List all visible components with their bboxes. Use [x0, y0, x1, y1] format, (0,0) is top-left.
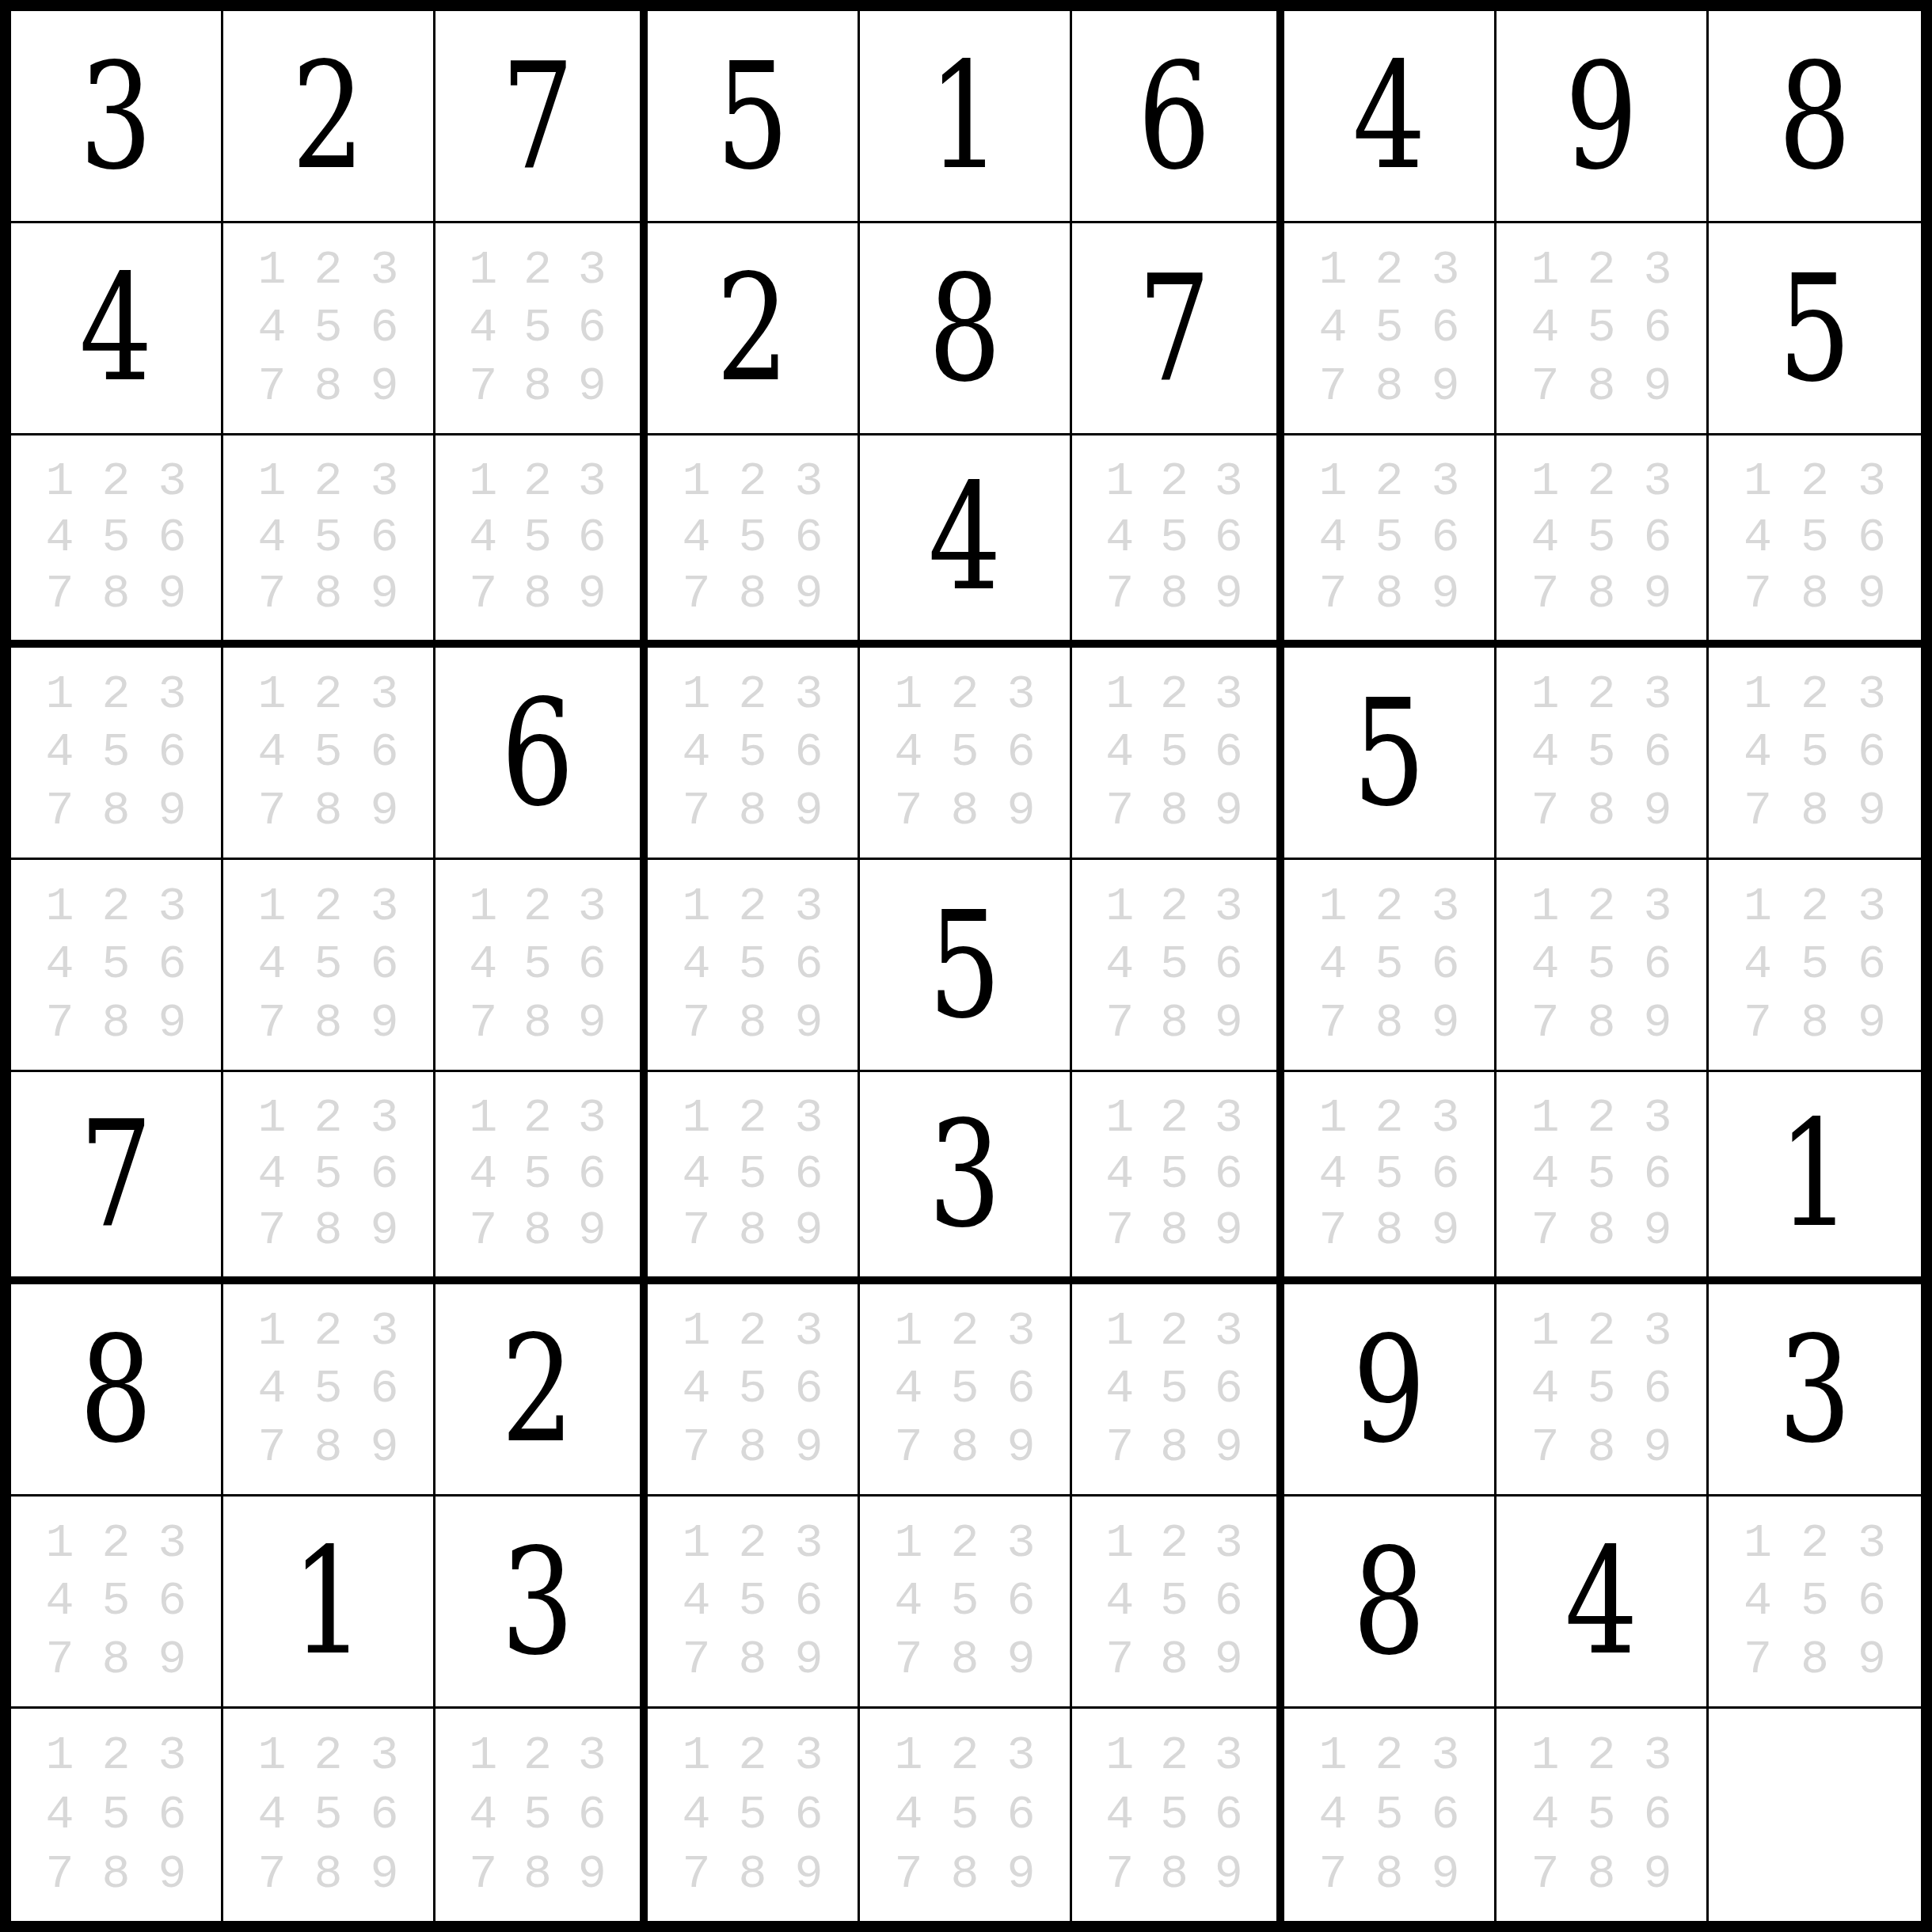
pencil-mark-3: 3	[1201, 1514, 1256, 1573]
pencil-mark-2: 2	[300, 1302, 356, 1360]
cell-r8c9[interactable]: 123456789	[1709, 1497, 1921, 1709]
pencil-mark-1: 1	[32, 665, 88, 724]
pencil-mark-2: 2	[1361, 241, 1417, 299]
pencil-mark-3: 3	[781, 1090, 837, 1146]
pencil-mark-7: 7	[1093, 566, 1147, 622]
cell-r9c8[interactable]: 123456789	[1497, 1709, 1709, 1921]
pencil-mark-3: 3	[356, 1302, 413, 1360]
pencil-mark-7: 7	[244, 1203, 300, 1259]
pencil-mark-9: 9	[356, 357, 413, 416]
pencil-mark-9: 9	[356, 1844, 413, 1903]
cell-r9c6[interactable]: 123456789	[1072, 1709, 1284, 1921]
pencil-mark-8: 8	[300, 357, 356, 416]
cell-r7c6[interactable]: 123456789	[1072, 1284, 1284, 1497]
cell-r5c7[interactable]: 123456789	[1284, 860, 1497, 1072]
pencil-marks: 123456789	[1729, 665, 1900, 840]
cell-r6c7[interactable]: 123456789	[1284, 1072, 1497, 1284]
sudoku-board: 3275164984123456789123456789287123456789…	[0, 0, 1932, 1932]
pencil-mark-6: 6	[144, 1573, 200, 1631]
cell-r3c3[interactable]: 123456789	[435, 435, 648, 648]
cell-r4c1[interactable]: 123456789	[11, 648, 223, 860]
pencil-mark-3: 3	[565, 453, 619, 509]
pencil-mark-8: 8	[724, 1203, 781, 1259]
pencil-mark-3: 3	[781, 1726, 837, 1786]
pencil-mark-3: 3	[565, 1726, 619, 1786]
pencil-mark-5: 5	[88, 724, 144, 782]
pencil-mark-6: 6	[781, 724, 837, 782]
pencil-mark-2: 2	[1361, 453, 1417, 509]
pencil-mark-9: 9	[1417, 1203, 1474, 1259]
given-digit: 7	[1094, 223, 1253, 433]
cell-r3c9[interactable]: 123456789	[1709, 435, 1921, 648]
pencil-mark-7: 7	[668, 1844, 724, 1903]
pencil-mark-3: 3	[1843, 453, 1900, 509]
pencil-mark-4: 4	[1093, 509, 1147, 565]
pencil-mark-1: 1	[880, 665, 937, 724]
pencil-mark-6: 6	[781, 509, 837, 565]
pencil-mark-4: 4	[456, 509, 511, 565]
pencil-mark-3: 3	[565, 241, 619, 299]
pencil-mark-6: 6	[993, 724, 1049, 782]
pencil-mark-8: 8	[1573, 1203, 1630, 1259]
pencil-mark-2: 2	[937, 1514, 993, 1573]
pencil-mark-7: 7	[880, 1844, 937, 1903]
pencil-mark-4: 4	[668, 509, 724, 565]
cell-r6c5[interactable]: 3	[860, 1072, 1072, 1284]
cell-r1c6[interactable]: 6	[1072, 11, 1284, 223]
given-digit: 6	[1094, 11, 1253, 221]
pencil-mark-1: 1	[668, 1090, 724, 1146]
pencil-mark-6: 6	[993, 1360, 1049, 1419]
pencil-mark-4: 4	[1093, 1573, 1147, 1631]
pencil-mark-2: 2	[937, 665, 993, 724]
cell-r1c1[interactable]: 3	[11, 11, 223, 223]
pencil-marks: 123456789	[1517, 1302, 1686, 1477]
cell-r4c3[interactable]: 6	[435, 648, 648, 860]
pencil-marks: 123456789	[668, 1514, 837, 1689]
pencil-mark-3: 3	[144, 1726, 200, 1786]
cell-r4c2[interactable]: 123456789	[223, 648, 435, 860]
pencil-mark-3: 3	[1630, 1302, 1686, 1360]
cell-r1c5[interactable]: 1	[860, 11, 1072, 223]
cell-r7c9[interactable]: 3	[1709, 1284, 1921, 1497]
pencil-mark-5: 5	[300, 299, 356, 358]
pencil-mark-7: 7	[32, 782, 88, 840]
given-digit: 2	[458, 1284, 617, 1494]
pencil-mark-1: 1	[244, 665, 300, 724]
pencil-marks: 123456789	[456, 1090, 619, 1259]
pencil-mark-8: 8	[511, 566, 565, 622]
cell-r1c2[interactable]: 2	[223, 11, 435, 223]
given-digit: 8	[1307, 1497, 1471, 1706]
pencil-mark-3: 3	[1630, 453, 1686, 509]
cell-r7c5[interactable]: 123456789	[860, 1284, 1072, 1497]
given-digit: 9	[1519, 11, 1683, 221]
pencil-mark-5: 5	[300, 936, 356, 995]
pencil-mark-2: 2	[300, 241, 356, 299]
pencil-mark-7: 7	[880, 782, 937, 840]
pencil-mark-5: 5	[1786, 509, 1843, 565]
given-digit: 4	[1519, 1497, 1683, 1706]
pencil-mark-6: 6	[356, 1786, 413, 1845]
cell-r1c3[interactable]: 7	[435, 11, 648, 223]
pencil-mark-6: 6	[1630, 1360, 1686, 1419]
cell-r4c4[interactable]: 123456789	[648, 648, 860, 860]
pencil-mark-9: 9	[1630, 357, 1686, 416]
pencil-mark-7: 7	[244, 1844, 300, 1903]
pencil-mark-6: 6	[565, 509, 619, 565]
cell-r7c4[interactable]: 123456789	[648, 1284, 860, 1497]
pencil-mark-2: 2	[724, 665, 781, 724]
pencil-mark-9: 9	[1843, 994, 1900, 1052]
pencil-mark-5: 5	[88, 936, 144, 995]
cell-r2c4[interactable]: 2	[648, 223, 860, 435]
pencil-mark-6: 6	[1630, 936, 1686, 995]
pencil-mark-4: 4	[1093, 1360, 1147, 1419]
pencil-mark-3: 3	[1201, 1090, 1256, 1146]
pencil-mark-5: 5	[1786, 1573, 1843, 1631]
cell-r1c9[interactable]: 8	[1709, 11, 1921, 223]
pencil-mark-9: 9	[1201, 1844, 1256, 1903]
pencil-mark-9: 9	[993, 782, 1049, 840]
pencil-mark-6: 6	[1201, 1146, 1256, 1202]
cell-r6c4[interactable]: 123456789	[648, 1072, 860, 1284]
pencil-mark-5: 5	[1573, 936, 1630, 995]
cell-r3c6[interactable]: 123456789	[1072, 435, 1284, 648]
pencil-mark-8: 8	[1361, 1203, 1417, 1259]
pencil-mark-1: 1	[244, 241, 300, 299]
cell-r5c8[interactable]: 123456789	[1497, 860, 1709, 1072]
pencil-mark-5: 5	[1786, 724, 1843, 782]
pencil-marks: 123456789	[32, 453, 200, 622]
pencil-mark-5: 5	[937, 1360, 993, 1419]
cell-r2c2[interactable]: 123456789	[223, 223, 435, 435]
cell-r8c1[interactable]: 123456789	[11, 1497, 223, 1709]
cell-r3c4[interactable]: 123456789	[648, 435, 860, 648]
given-digit: 8	[1732, 11, 1897, 221]
pencil-mark-5: 5	[300, 1146, 356, 1202]
cell-r7c2[interactable]: 123456789	[223, 1284, 435, 1497]
pencil-mark-7: 7	[1729, 994, 1786, 1052]
pencil-mark-5: 5	[724, 1573, 781, 1631]
pencil-mark-4: 4	[1305, 936, 1361, 995]
cell-r6c2[interactable]: 123456789	[223, 1072, 435, 1284]
pencil-mark-8: 8	[1573, 782, 1630, 840]
pencil-mark-1: 1	[1093, 877, 1147, 936]
pencil-mark-3: 3	[1843, 1514, 1900, 1573]
cell-r9c4[interactable]: 123456789	[648, 1709, 860, 1921]
cell-r6c6[interactable]: 123456789	[1072, 1072, 1284, 1284]
pencil-mark-4: 4	[456, 936, 511, 995]
pencil-mark-1: 1	[244, 1726, 300, 1786]
pencil-mark-5: 5	[1786, 936, 1843, 995]
cell-r3c2[interactable]: 123456789	[223, 435, 435, 648]
pencil-mark-9: 9	[1201, 1203, 1256, 1259]
cell-r5c9[interactable]: 123456789	[1709, 860, 1921, 1072]
cell-r2c8[interactable]: 123456789	[1497, 223, 1709, 435]
pencil-mark-5: 5	[1361, 299, 1417, 358]
pencil-marks: 123456789	[668, 665, 837, 840]
pencil-mark-5: 5	[300, 724, 356, 782]
pencil-mark-2: 2	[937, 1302, 993, 1360]
cell-r1c4[interactable]: 5	[648, 11, 860, 223]
pencil-mark-4: 4	[32, 1786, 88, 1845]
pencil-mark-7: 7	[880, 1630, 937, 1689]
pencil-mark-2: 2	[88, 1514, 144, 1573]
pencil-mark-1: 1	[880, 1726, 937, 1786]
pencil-mark-9: 9	[1630, 1418, 1686, 1477]
pencil-mark-9: 9	[356, 782, 413, 840]
pencil-mark-2: 2	[88, 665, 144, 724]
pencil-mark-4: 4	[1517, 1146, 1573, 1202]
pencil-mark-8: 8	[1786, 566, 1843, 622]
pencil-mark-4: 4	[32, 1573, 88, 1631]
pencil-mark-9: 9	[1201, 782, 1256, 840]
pencil-mark-3: 3	[1630, 241, 1686, 299]
pencil-mark-7: 7	[1305, 357, 1361, 416]
pencil-mark-7: 7	[1517, 994, 1573, 1052]
pencil-mark-2: 2	[1573, 453, 1630, 509]
cell-r9c3[interactable]: 123456789	[435, 1709, 648, 1921]
given-digit: 8	[883, 223, 1047, 433]
cell-r5c4[interactable]: 123456789	[648, 860, 860, 1072]
pencil-mark-7: 7	[1305, 1203, 1361, 1259]
pencil-mark-6: 6	[1417, 1786, 1474, 1845]
pencil-mark-7: 7	[1093, 994, 1147, 1052]
pencil-mark-6: 6	[356, 724, 413, 782]
cell-r8c6[interactable]: 123456789	[1072, 1497, 1284, 1709]
cell-r2c1[interactable]: 4	[11, 223, 223, 435]
cell-r9c7[interactable]: 123456789	[1284, 1709, 1497, 1921]
pencil-mark-5: 5	[724, 724, 781, 782]
pencil-mark-2: 2	[1573, 241, 1630, 299]
pencil-marks: 123456789	[244, 877, 413, 1052]
pencil-mark-6: 6	[1417, 1146, 1474, 1202]
pencil-mark-2: 2	[511, 877, 565, 936]
cell-r2c5[interactable]: 8	[860, 223, 1072, 435]
cell-r6c1[interactable]: 7	[11, 1072, 223, 1284]
pencil-mark-7: 7	[1517, 1203, 1573, 1259]
given-digit: 4	[1307, 11, 1471, 221]
pencil-mark-2: 2	[1147, 1302, 1202, 1360]
cell-r6c8[interactable]: 123456789	[1497, 1072, 1709, 1284]
pencil-mark-3: 3	[781, 1302, 837, 1360]
pencil-mark-9: 9	[144, 566, 200, 622]
pencil-mark-4: 4	[456, 1786, 511, 1845]
cell-r9c1[interactable]: 123456789	[11, 1709, 223, 1921]
pencil-mark-3: 3	[144, 877, 200, 936]
pencil-mark-4: 4	[1517, 509, 1573, 565]
pencil-mark-4: 4	[1517, 936, 1573, 995]
pencil-mark-1: 1	[456, 453, 511, 509]
pencil-mark-4: 4	[244, 509, 300, 565]
pencil-mark-9: 9	[1630, 782, 1686, 840]
pencil-mark-6: 6	[1630, 724, 1686, 782]
cell-r7c1[interactable]: 8	[11, 1284, 223, 1497]
pencil-mark-6: 6	[1201, 724, 1256, 782]
pencil-mark-2: 2	[937, 1726, 993, 1786]
cell-r2c6[interactable]: 7	[1072, 223, 1284, 435]
pencil-mark-5: 5	[724, 936, 781, 995]
pencil-mark-3: 3	[356, 241, 413, 299]
given-digit: 4	[883, 435, 1047, 640]
pencil-mark-4: 4	[1093, 936, 1147, 995]
pencil-mark-4: 4	[668, 1573, 724, 1631]
pencil-mark-3: 3	[993, 1302, 1049, 1360]
cell-r5c5[interactable]: 5	[860, 860, 1072, 1072]
cell-r5c3[interactable]: 123456789	[435, 860, 648, 1072]
pencil-mark-1: 1	[32, 1726, 88, 1786]
cell-r3c1[interactable]: 123456789	[11, 435, 223, 648]
pencil-mark-7: 7	[668, 782, 724, 840]
cell-r8c7[interactable]: 8	[1284, 1497, 1497, 1709]
cell-r1c8[interactable]: 9	[1497, 11, 1709, 223]
pencil-mark-4: 4	[668, 1360, 724, 1419]
pencil-mark-6: 6	[1201, 1786, 1256, 1845]
pencil-mark-9: 9	[144, 994, 200, 1052]
pencil-mark-2: 2	[1786, 1514, 1843, 1573]
pencil-mark-7: 7	[1093, 782, 1147, 840]
pencil-mark-1: 1	[1093, 453, 1147, 509]
pencil-mark-8: 8	[1147, 994, 1202, 1052]
cell-r6c3[interactable]: 123456789	[435, 1072, 648, 1284]
pencil-mark-9: 9	[356, 1203, 413, 1259]
pencil-mark-7: 7	[1517, 1844, 1573, 1903]
pencil-mark-8: 8	[1361, 1844, 1417, 1903]
cell-r3c7[interactable]: 123456789	[1284, 435, 1497, 648]
pencil-mark-2: 2	[511, 241, 565, 299]
pencil-marks: 123456789	[1305, 241, 1474, 416]
pencil-mark-2: 2	[300, 665, 356, 724]
pencil-mark-9: 9	[1417, 1844, 1474, 1903]
pencil-mark-6: 6	[144, 1786, 200, 1845]
cell-r5c2[interactable]: 123456789	[223, 860, 435, 1072]
pencil-mark-4: 4	[1517, 1786, 1573, 1845]
pencil-mark-9: 9	[1201, 994, 1256, 1052]
pencil-mark-9: 9	[1843, 566, 1900, 622]
pencil-mark-4: 4	[1517, 724, 1573, 782]
pencil-mark-2: 2	[1786, 877, 1843, 936]
pencil-mark-5: 5	[1147, 1146, 1202, 1202]
pencil-mark-7: 7	[456, 357, 511, 416]
given-digit: 3	[458, 1497, 617, 1706]
pencil-mark-4: 4	[32, 724, 88, 782]
cell-r5c6[interactable]: 123456789	[1072, 860, 1284, 1072]
cell-r9c2[interactable]: 123456789	[223, 1709, 435, 1921]
pencil-mark-1: 1	[1093, 665, 1147, 724]
cell-r7c8[interactable]: 123456789	[1497, 1284, 1709, 1497]
pencil-mark-4: 4	[1305, 1146, 1361, 1202]
pencil-mark-8: 8	[88, 994, 144, 1052]
pencil-mark-2: 2	[724, 1090, 781, 1146]
cell-r9c5[interactable]: 123456789	[860, 1709, 1072, 1921]
cell-r4c7[interactable]: 5	[1284, 648, 1497, 860]
pencil-mark-4: 4	[456, 299, 511, 358]
pencil-marks: 123456789	[32, 877, 200, 1052]
pencil-mark-5: 5	[1147, 1573, 1202, 1631]
pencil-mark-6: 6	[1201, 1360, 1256, 1419]
cell-r2c7[interactable]: 123456789	[1284, 223, 1497, 435]
pencil-marks: 123456789	[1305, 453, 1474, 622]
pencil-mark-5: 5	[1361, 1786, 1417, 1845]
pencil-mark-3: 3	[356, 877, 413, 936]
pencil-mark-9: 9	[781, 566, 837, 622]
pencil-marks: 123456789	[1093, 453, 1256, 622]
pencil-mark-2: 2	[1573, 1302, 1630, 1360]
pencil-mark-3: 3	[781, 665, 837, 724]
pencil-mark-3: 3	[1201, 1302, 1256, 1360]
cell-r8c3[interactable]: 3	[435, 1497, 648, 1709]
pencil-mark-8: 8	[937, 782, 993, 840]
pencil-mark-8: 8	[1147, 1203, 1202, 1259]
pencil-mark-7: 7	[32, 566, 88, 622]
pencil-mark-5: 5	[1361, 936, 1417, 995]
cell-r8c5[interactable]: 123456789	[860, 1497, 1072, 1709]
cell-r9c9[interactable]	[1709, 1709, 1921, 1921]
cell-r2c9[interactable]: 5	[1709, 223, 1921, 435]
cell-r1c7[interactable]: 4	[1284, 11, 1497, 223]
pencil-mark-9: 9	[993, 1844, 1049, 1903]
cell-r4c5[interactable]: 123456789	[860, 648, 1072, 860]
cell-r5c1[interactable]: 123456789	[11, 860, 223, 1072]
pencil-mark-1: 1	[668, 877, 724, 936]
cell-r8c2[interactable]: 1	[223, 1497, 435, 1709]
pencil-mark-4: 4	[244, 1786, 300, 1845]
pencil-mark-4: 4	[244, 1360, 300, 1419]
cell-r8c4[interactable]: 123456789	[648, 1497, 860, 1709]
pencil-marks: 123456789	[244, 1726, 413, 1903]
cell-r3c5[interactable]: 4	[860, 435, 1072, 648]
cell-r7c3[interactable]: 2	[435, 1284, 648, 1497]
cell-r3c8[interactable]: 123456789	[1497, 435, 1709, 648]
pencil-mark-1: 1	[880, 1514, 937, 1573]
cell-r7c7[interactable]: 9	[1284, 1284, 1497, 1497]
pencil-mark-3: 3	[356, 665, 413, 724]
pencil-mark-3: 3	[1201, 877, 1256, 936]
pencil-mark-1: 1	[1305, 1090, 1361, 1146]
pencil-mark-8: 8	[1573, 566, 1630, 622]
pencil-mark-5: 5	[511, 1786, 565, 1845]
pencil-mark-3: 3	[356, 1090, 413, 1146]
pencil-marks: 123456789	[456, 453, 619, 622]
pencil-mark-2: 2	[724, 1302, 781, 1360]
pencil-marks: 123456789	[1093, 1514, 1256, 1689]
pencil-mark-1: 1	[880, 1302, 937, 1360]
pencil-mark-9: 9	[565, 566, 619, 622]
pencil-marks: 123456789	[1305, 877, 1474, 1052]
pencil-mark-6: 6	[565, 936, 619, 995]
pencil-mark-2: 2	[1147, 1090, 1202, 1146]
pencil-mark-7: 7	[1093, 1630, 1147, 1689]
pencil-mark-9: 9	[781, 1844, 837, 1903]
pencil-mark-4: 4	[668, 724, 724, 782]
cell-r4c6[interactable]: 123456789	[1072, 648, 1284, 860]
pencil-marks: 123456789	[1517, 1726, 1686, 1903]
cell-r4c8[interactable]: 123456789	[1497, 648, 1709, 860]
cell-r2c3[interactable]: 123456789	[435, 223, 648, 435]
pencil-mark-6: 6	[1417, 509, 1474, 565]
given-digit: 1	[1732, 1072, 1897, 1276]
pencil-mark-7: 7	[1305, 994, 1361, 1052]
pencil-mark-1: 1	[668, 453, 724, 509]
pencil-mark-3: 3	[993, 665, 1049, 724]
cell-r4c9[interactable]: 123456789	[1709, 648, 1921, 860]
pencil-mark-4: 4	[244, 299, 300, 358]
pencil-mark-2: 2	[1786, 665, 1843, 724]
cell-r6c9[interactable]: 1	[1709, 1072, 1921, 1284]
cell-r8c8[interactable]: 4	[1497, 1497, 1709, 1709]
pencil-mark-5: 5	[1573, 1786, 1630, 1845]
